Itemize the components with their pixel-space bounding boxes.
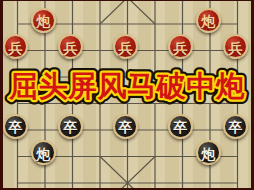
piece-glyph: 兵	[9, 40, 23, 54]
piece-glyph: 卒	[174, 120, 188, 134]
piece-glyph: 兵	[64, 40, 78, 54]
xiangqi-video-frame: 炮炮兵兵兵兵兵卒卒卒卒卒炮炮 屈头屏风马破中炮 屈头屏风马破中炮	[0, 0, 254, 190]
piece-red-soldier-a4[interactable]: 兵	[3, 34, 28, 59]
piece-red-soldier-e4[interactable]: 兵	[113, 34, 138, 59]
piece-glyph: 卒	[229, 120, 243, 134]
title-banner: 屈头屏风马破中炮 屈头屏风马破中炮	[0, 63, 254, 107]
piece-red-cannon-b3[interactable]: 炮	[31, 8, 56, 33]
piece-glyph: 兵	[119, 40, 133, 54]
piece-glyph: 兵	[174, 40, 188, 54]
piece-glyph: 炮	[201, 146, 215, 160]
banner-text: 屈头屏风马破中炮	[8, 70, 246, 102]
piece-glyph: 炮	[201, 14, 215, 28]
piece-black-soldier-g7[interactable]: 卒	[168, 114, 193, 139]
piece-glyph: 卒	[64, 120, 78, 134]
piece-black-cannon-b8[interactable]: 炮	[31, 140, 56, 165]
piece-glyph: 卒	[119, 120, 133, 134]
piece-black-soldier-e7[interactable]: 卒	[113, 114, 138, 139]
piece-red-soldier-i4[interactable]: 兵	[223, 34, 248, 59]
piece-glyph: 炮	[36, 146, 50, 160]
piece-glyph: 卒	[9, 120, 23, 134]
piece-black-soldier-i7[interactable]: 卒	[223, 114, 248, 139]
piece-black-soldier-c7[interactable]: 卒	[58, 114, 83, 139]
piece-red-soldier-c4[interactable]: 兵	[58, 34, 83, 59]
piece-glyph: 兵	[229, 40, 243, 54]
piece-glyph: 炮	[36, 14, 50, 28]
piece-black-cannon-h8[interactable]: 炮	[196, 140, 221, 165]
piece-red-cannon-h3[interactable]: 炮	[196, 8, 221, 33]
piece-red-soldier-g4[interactable]: 兵	[168, 34, 193, 59]
piece-black-soldier-a7[interactable]: 卒	[3, 114, 28, 139]
